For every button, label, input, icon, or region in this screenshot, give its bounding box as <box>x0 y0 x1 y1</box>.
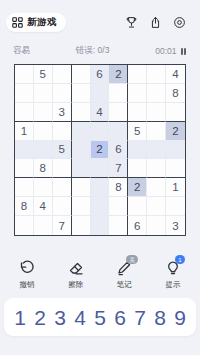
cell-r6c9[interactable] <box>166 159 185 178</box>
cell-r5c1[interactable] <box>15 141 34 160</box>
cell-r5c9[interactable] <box>166 141 185 160</box>
cell-r4c9[interactable]: 2 <box>166 122 185 141</box>
cell-r6c3[interactable] <box>53 159 72 178</box>
lightbulb-icon: 1 <box>164 259 182 277</box>
erase-button[interactable]: 擦除 <box>67 259 85 290</box>
undo-label: 撤销 <box>20 280 35 290</box>
cell-r2c5[interactable] <box>91 84 110 103</box>
cell-r9c3[interactable]: 7 <box>53 216 72 235</box>
new-game-label: 新游戏 <box>27 16 57 29</box>
cell-r7c3[interactable] <box>53 178 72 197</box>
cell-r3c2[interactable] <box>34 103 53 122</box>
cell-r1c8[interactable] <box>147 65 166 84</box>
cell-r6c7[interactable] <box>128 159 147 178</box>
cell-r3c1[interactable] <box>15 103 34 122</box>
cell-r7c8[interactable] <box>147 178 166 197</box>
numpad-7[interactable]: 7 <box>134 307 146 328</box>
cell-r4c4[interactable] <box>72 122 91 141</box>
cell-r5c4[interactable] <box>72 141 91 160</box>
hint-label: 提示 <box>165 280 180 290</box>
cell-r8c5[interactable] <box>91 197 110 216</box>
cell-r1c2[interactable]: 5 <box>34 65 53 84</box>
hint-badge: 1 <box>175 255 185 264</box>
cell-r4c7[interactable]: 5 <box>128 122 147 141</box>
toolbar: 撤销 擦除 关 笔记 1 提示 <box>0 259 200 290</box>
numpad-2[interactable]: 2 <box>34 307 46 328</box>
cell-r2c9[interactable]: 8 <box>166 84 185 103</box>
share-icon[interactable] <box>149 16 162 29</box>
cell-r5c3[interactable]: 5 <box>53 141 72 160</box>
cell-r9c8[interactable] <box>147 216 166 235</box>
cell-r3c7[interactable] <box>128 103 147 122</box>
cell-r3c4[interactable] <box>72 103 91 122</box>
cell-r9c5[interactable] <box>91 216 110 235</box>
cell-r7c1[interactable] <box>15 178 34 197</box>
cell-r7c9[interactable]: 1 <box>166 178 185 197</box>
numpad-4[interactable]: 4 <box>74 307 86 328</box>
cell-r4c8[interactable] <box>147 122 166 141</box>
cell-r1c7[interactable] <box>128 65 147 84</box>
cell-r8c1[interactable]: 8 <box>15 197 34 216</box>
number-pad: 123456789 <box>4 298 196 336</box>
cell-r9c1[interactable] <box>15 216 34 235</box>
cell-r9c9[interactable]: 3 <box>166 216 185 235</box>
cell-r2c8[interactable] <box>147 84 166 103</box>
cell-r5c7[interactable] <box>128 141 147 160</box>
erase-label: 擦除 <box>68 280 83 290</box>
cell-r6c4[interactable] <box>72 159 91 178</box>
timer: 00:01 <box>155 46 176 56</box>
cell-r2c2[interactable] <box>34 84 53 103</box>
notes-button[interactable]: 关 笔记 <box>115 259 133 290</box>
notes-label: 笔记 <box>117 280 132 290</box>
numpad-5[interactable]: 5 <box>94 307 106 328</box>
cell-r9c7[interactable]: 6 <box>128 216 147 235</box>
cell-r7c7[interactable]: 2 <box>128 178 147 197</box>
cell-r9c2[interactable] <box>34 216 53 235</box>
cell-r4c5[interactable] <box>91 122 110 141</box>
cell-r1c1[interactable] <box>15 65 34 84</box>
cell-r4c3[interactable] <box>53 122 72 141</box>
cell-r2c4[interactable] <box>72 84 91 103</box>
notes-badge: 关 <box>126 255 138 264</box>
cell-r4c6[interactable] <box>109 122 128 141</box>
cell-r6c2[interactable]: 8 <box>34 159 53 178</box>
cell-r3c5[interactable]: 4 <box>91 103 110 122</box>
cell-r1c9[interactable]: 4 <box>166 65 185 84</box>
cell-r2c1[interactable] <box>15 84 34 103</box>
cell-r3c6[interactable] <box>109 103 128 122</box>
cell-r4c1[interactable]: 1 <box>15 122 34 141</box>
cell-r6c5[interactable] <box>91 159 110 178</box>
cell-r8c3[interactable] <box>53 197 72 216</box>
cell-r8c8[interactable] <box>147 197 166 216</box>
cell-r5c6[interactable]: 6 <box>109 141 128 160</box>
cell-r8c4[interactable] <box>72 197 91 216</box>
mistakes-label: 错误: 0/3 <box>76 45 110 57</box>
cell-r8c2[interactable]: 4 <box>34 197 53 216</box>
cell-r1c3[interactable] <box>53 65 72 84</box>
cell-r1c4[interactable] <box>72 65 91 84</box>
cell-r4c2[interactable] <box>34 122 53 141</box>
grid-icon <box>12 17 23 28</box>
numpad-8[interactable]: 8 <box>154 307 166 328</box>
cell-r9c6[interactable] <box>109 216 128 235</box>
numpad-3[interactable]: 3 <box>54 307 66 328</box>
settings-icon[interactable] <box>173 16 186 29</box>
cell-r2c6[interactable] <box>109 84 128 103</box>
difficulty-label: 容易 <box>13 45 30 57</box>
cell-r5c8[interactable] <box>147 141 166 160</box>
cell-r6c1[interactable] <box>15 159 34 178</box>
cell-r6c8[interactable] <box>147 159 166 178</box>
cell-r5c5[interactable]: 2 <box>91 141 110 160</box>
cell-r6c6[interactable]: 7 <box>109 159 128 178</box>
sudoku-board: 56248341525268782184763 <box>14 64 186 236</box>
new-game-button[interactable]: 新游戏 <box>6 13 66 32</box>
cell-r3c3[interactable]: 3 <box>53 103 72 122</box>
cell-r2c7[interactable] <box>128 84 147 103</box>
cell-r8c9[interactable] <box>166 197 185 216</box>
cell-r3c8[interactable] <box>147 103 166 122</box>
cell-r1c6[interactable]: 2 <box>109 65 128 84</box>
numpad-1[interactable]: 1 <box>14 307 26 328</box>
pause-button[interactable] <box>180 47 187 56</box>
cell-r3c9[interactable] <box>166 103 185 122</box>
numpad-9[interactable]: 9 <box>174 307 186 328</box>
cell-r5c2[interactable] <box>34 141 53 160</box>
pencil-icon: 关 <box>115 259 133 277</box>
cell-r1c5[interactable]: 6 <box>91 65 110 84</box>
cell-r7c4[interactable] <box>72 178 91 197</box>
status-bar: 容易 错误: 0/3 00:01 <box>0 45 200 57</box>
cell-r7c6[interactable]: 8 <box>109 178 128 197</box>
numpad-6[interactable]: 6 <box>114 307 126 328</box>
cell-r7c2[interactable] <box>34 178 53 197</box>
undo-icon <box>18 259 36 277</box>
cell-r2c3[interactable] <box>53 84 72 103</box>
top-bar: 新游戏 <box>0 0 200 32</box>
cell-r9c4[interactable] <box>72 216 91 235</box>
hint-button[interactable]: 1 提示 <box>164 259 182 290</box>
undo-button[interactable]: 撤销 <box>18 259 36 290</box>
eraser-icon <box>67 259 85 277</box>
cell-r7c5[interactable] <box>91 178 110 197</box>
cell-r8c7[interactable] <box>128 197 147 216</box>
trophy-icon[interactable] <box>125 16 138 29</box>
cell-r8c6[interactable] <box>109 197 128 216</box>
